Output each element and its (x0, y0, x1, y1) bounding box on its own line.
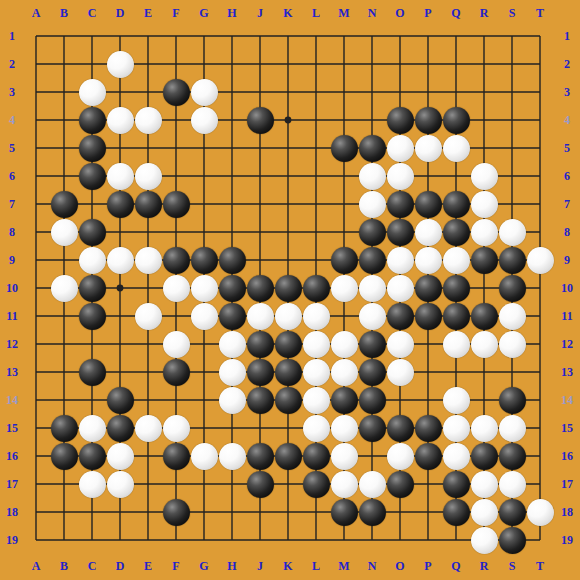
intersection-L17[interactable] (302, 470, 330, 498)
intersection-P9[interactable] (414, 246, 442, 274)
intersection-G12[interactable] (190, 330, 218, 358)
intersection-C19[interactable] (78, 526, 106, 554)
intersection-E1[interactable] (134, 22, 162, 50)
intersection-A15[interactable] (22, 414, 50, 442)
intersection-N15[interactable] (358, 414, 386, 442)
intersection-P2[interactable] (414, 50, 442, 78)
intersection-Q11[interactable] (442, 302, 470, 330)
intersection-O10[interactable] (386, 274, 414, 302)
intersection-R3[interactable] (470, 78, 498, 106)
intersection-H2[interactable] (218, 50, 246, 78)
intersection-P3[interactable] (414, 78, 442, 106)
intersection-M15[interactable] (330, 414, 358, 442)
intersection-K13[interactable] (274, 358, 302, 386)
intersection-J15[interactable] (246, 414, 274, 442)
intersection-R5[interactable] (470, 134, 498, 162)
intersection-S19[interactable] (498, 526, 526, 554)
intersection-L5[interactable] (302, 134, 330, 162)
intersection-C10[interactable] (78, 274, 106, 302)
intersection-B13[interactable] (50, 358, 78, 386)
intersection-G9[interactable] (190, 246, 218, 274)
intersection-Q7[interactable] (442, 190, 470, 218)
intersection-M10[interactable] (330, 274, 358, 302)
intersection-G7[interactable] (190, 190, 218, 218)
intersection-B9[interactable] (50, 246, 78, 274)
intersection-N7[interactable] (358, 190, 386, 218)
intersection-C5[interactable] (78, 134, 106, 162)
intersection-L2[interactable] (302, 50, 330, 78)
intersection-R10[interactable] (470, 274, 498, 302)
intersection-J11[interactable] (246, 302, 274, 330)
intersection-P18[interactable] (414, 498, 442, 526)
intersection-A19[interactable] (22, 526, 50, 554)
intersection-E9[interactable] (134, 246, 162, 274)
intersection-R11[interactable] (470, 302, 498, 330)
intersection-B15[interactable] (50, 414, 78, 442)
intersection-S11[interactable] (498, 302, 526, 330)
intersection-T7[interactable] (526, 190, 554, 218)
intersection-J16[interactable] (246, 442, 274, 470)
intersection-J5[interactable] (246, 134, 274, 162)
intersection-N2[interactable] (358, 50, 386, 78)
intersection-S12[interactable] (498, 330, 526, 358)
intersection-M2[interactable] (330, 50, 358, 78)
intersection-C15[interactable] (78, 414, 106, 442)
intersection-P5[interactable] (414, 134, 442, 162)
intersection-R13[interactable] (470, 358, 498, 386)
intersection-F1[interactable] (162, 22, 190, 50)
intersection-M18[interactable] (330, 498, 358, 526)
intersection-H19[interactable] (218, 526, 246, 554)
intersection-E11[interactable] (134, 302, 162, 330)
intersection-N12[interactable] (358, 330, 386, 358)
intersection-C6[interactable] (78, 162, 106, 190)
intersection-M11[interactable] (330, 302, 358, 330)
intersection-B4[interactable] (50, 106, 78, 134)
intersection-G13[interactable] (190, 358, 218, 386)
intersection-K17[interactable] (274, 470, 302, 498)
intersection-P19[interactable] (414, 526, 442, 554)
intersection-G3[interactable] (190, 78, 218, 106)
intersection-Q17[interactable] (442, 470, 470, 498)
intersection-G11[interactable] (190, 302, 218, 330)
intersection-L7[interactable] (302, 190, 330, 218)
intersection-R17[interactable] (470, 470, 498, 498)
intersection-J3[interactable] (246, 78, 274, 106)
intersection-T2[interactable] (526, 50, 554, 78)
intersection-B8[interactable] (50, 218, 78, 246)
intersection-D9[interactable] (106, 246, 134, 274)
intersection-E2[interactable] (134, 50, 162, 78)
intersection-O11[interactable] (386, 302, 414, 330)
intersection-K3[interactable] (274, 78, 302, 106)
intersection-R9[interactable] (470, 246, 498, 274)
intersection-T10[interactable] (526, 274, 554, 302)
intersection-L9[interactable] (302, 246, 330, 274)
intersection-D11[interactable] (106, 302, 134, 330)
intersection-C11[interactable] (78, 302, 106, 330)
intersection-Q15[interactable] (442, 414, 470, 442)
intersection-M9[interactable] (330, 246, 358, 274)
intersection-L6[interactable] (302, 162, 330, 190)
intersection-G18[interactable] (190, 498, 218, 526)
intersection-E16[interactable] (134, 442, 162, 470)
intersection-F13[interactable] (162, 358, 190, 386)
intersection-H16[interactable] (218, 442, 246, 470)
intersection-A18[interactable] (22, 498, 50, 526)
intersection-G14[interactable] (190, 386, 218, 414)
intersection-R2[interactable] (470, 50, 498, 78)
intersection-T16[interactable] (526, 442, 554, 470)
intersection-F5[interactable] (162, 134, 190, 162)
intersection-H7[interactable] (218, 190, 246, 218)
intersection-K8[interactable] (274, 218, 302, 246)
intersection-S5[interactable] (498, 134, 526, 162)
intersection-M4[interactable] (330, 106, 358, 134)
intersection-D19[interactable] (106, 526, 134, 554)
intersection-O5[interactable] (386, 134, 414, 162)
intersection-P15[interactable] (414, 414, 442, 442)
intersection-J7[interactable] (246, 190, 274, 218)
intersection-T5[interactable] (526, 134, 554, 162)
intersection-F8[interactable] (162, 218, 190, 246)
intersection-G4[interactable] (190, 106, 218, 134)
intersection-D2[interactable] (106, 50, 134, 78)
intersection-K14[interactable] (274, 386, 302, 414)
intersection-K9[interactable] (274, 246, 302, 274)
intersection-A3[interactable] (22, 78, 50, 106)
intersection-P7[interactable] (414, 190, 442, 218)
intersection-L3[interactable] (302, 78, 330, 106)
intersection-D6[interactable] (106, 162, 134, 190)
intersection-C12[interactable] (78, 330, 106, 358)
intersection-P11[interactable] (414, 302, 442, 330)
intersection-E13[interactable] (134, 358, 162, 386)
intersection-D8[interactable] (106, 218, 134, 246)
intersection-D12[interactable] (106, 330, 134, 358)
intersection-R8[interactable] (470, 218, 498, 246)
intersection-E17[interactable] (134, 470, 162, 498)
intersection-E7[interactable] (134, 190, 162, 218)
intersection-L8[interactable] (302, 218, 330, 246)
intersection-M6[interactable] (330, 162, 358, 190)
intersection-F18[interactable] (162, 498, 190, 526)
intersection-K10[interactable] (274, 274, 302, 302)
intersection-B11[interactable] (50, 302, 78, 330)
intersection-Q8[interactable] (442, 218, 470, 246)
intersection-J19[interactable] (246, 526, 274, 554)
intersection-K18[interactable] (274, 498, 302, 526)
intersection-N6[interactable] (358, 162, 386, 190)
intersection-M1[interactable] (330, 22, 358, 50)
intersection-H4[interactable] (218, 106, 246, 134)
intersection-P4[interactable] (414, 106, 442, 134)
intersection-B16[interactable] (50, 442, 78, 470)
intersection-A14[interactable] (22, 386, 50, 414)
intersection-B3[interactable] (50, 78, 78, 106)
intersection-H6[interactable] (218, 162, 246, 190)
intersection-L18[interactable] (302, 498, 330, 526)
intersection-K16[interactable] (274, 442, 302, 470)
intersection-D17[interactable] (106, 470, 134, 498)
intersection-F3[interactable] (162, 78, 190, 106)
intersection-O12[interactable] (386, 330, 414, 358)
intersection-C14[interactable] (78, 386, 106, 414)
intersection-A16[interactable] (22, 442, 50, 470)
intersection-J2[interactable] (246, 50, 274, 78)
intersection-B18[interactable] (50, 498, 78, 526)
intersection-D5[interactable] (106, 134, 134, 162)
intersection-F19[interactable] (162, 526, 190, 554)
intersection-T15[interactable] (526, 414, 554, 442)
intersection-K7[interactable] (274, 190, 302, 218)
intersection-G5[interactable] (190, 134, 218, 162)
intersection-A5[interactable] (22, 134, 50, 162)
intersection-F17[interactable] (162, 470, 190, 498)
intersection-O18[interactable] (386, 498, 414, 526)
intersection-E6[interactable] (134, 162, 162, 190)
intersection-A1[interactable] (22, 22, 50, 50)
intersection-M17[interactable] (330, 470, 358, 498)
intersection-F7[interactable] (162, 190, 190, 218)
intersection-K5[interactable] (274, 134, 302, 162)
intersection-F9[interactable] (162, 246, 190, 274)
intersection-N3[interactable] (358, 78, 386, 106)
intersection-L19[interactable] (302, 526, 330, 554)
intersection-H3[interactable] (218, 78, 246, 106)
intersection-B12[interactable] (50, 330, 78, 358)
intersection-M8[interactable] (330, 218, 358, 246)
intersection-P12[interactable] (414, 330, 442, 358)
intersection-C16[interactable] (78, 442, 106, 470)
intersection-M3[interactable] (330, 78, 358, 106)
intersection-S1[interactable] (498, 22, 526, 50)
intersection-E14[interactable] (134, 386, 162, 414)
intersection-E8[interactable] (134, 218, 162, 246)
intersection-B5[interactable] (50, 134, 78, 162)
intersection-T4[interactable] (526, 106, 554, 134)
intersection-J18[interactable] (246, 498, 274, 526)
intersection-A2[interactable] (22, 50, 50, 78)
intersection-T17[interactable] (526, 470, 554, 498)
intersection-G1[interactable] (190, 22, 218, 50)
intersection-S3[interactable] (498, 78, 526, 106)
intersection-R1[interactable] (470, 22, 498, 50)
intersection-O8[interactable] (386, 218, 414, 246)
intersection-A6[interactable] (22, 162, 50, 190)
intersection-Q18[interactable] (442, 498, 470, 526)
intersection-L12[interactable] (302, 330, 330, 358)
intersection-D14[interactable] (106, 386, 134, 414)
intersection-A17[interactable] (22, 470, 50, 498)
intersection-K15[interactable] (274, 414, 302, 442)
intersection-N13[interactable] (358, 358, 386, 386)
intersection-M13[interactable] (330, 358, 358, 386)
intersection-R18[interactable] (470, 498, 498, 526)
intersection-C18[interactable] (78, 498, 106, 526)
intersection-O4[interactable] (386, 106, 414, 134)
intersection-F15[interactable] (162, 414, 190, 442)
intersection-B6[interactable] (50, 162, 78, 190)
intersection-R6[interactable] (470, 162, 498, 190)
intersection-N16[interactable] (358, 442, 386, 470)
intersection-T6[interactable] (526, 162, 554, 190)
intersection-M7[interactable] (330, 190, 358, 218)
intersection-N14[interactable] (358, 386, 386, 414)
intersection-E15[interactable] (134, 414, 162, 442)
intersection-B2[interactable] (50, 50, 78, 78)
intersection-P17[interactable] (414, 470, 442, 498)
intersection-N19[interactable] (358, 526, 386, 554)
intersection-H12[interactable] (218, 330, 246, 358)
intersection-H18[interactable] (218, 498, 246, 526)
intersection-P16[interactable] (414, 442, 442, 470)
intersection-R7[interactable] (470, 190, 498, 218)
intersection-T12[interactable] (526, 330, 554, 358)
intersection-H11[interactable] (218, 302, 246, 330)
intersection-F16[interactable] (162, 442, 190, 470)
intersection-S14[interactable] (498, 386, 526, 414)
intersection-O16[interactable] (386, 442, 414, 470)
intersection-B1[interactable] (50, 22, 78, 50)
intersection-J13[interactable] (246, 358, 274, 386)
intersection-T14[interactable] (526, 386, 554, 414)
intersection-C4[interactable] (78, 106, 106, 134)
intersection-S17[interactable] (498, 470, 526, 498)
intersection-O19[interactable] (386, 526, 414, 554)
intersection-B7[interactable] (50, 190, 78, 218)
intersection-S18[interactable] (498, 498, 526, 526)
intersection-A9[interactable] (22, 246, 50, 274)
intersection-B10[interactable] (50, 274, 78, 302)
intersection-O7[interactable] (386, 190, 414, 218)
intersection-G17[interactable] (190, 470, 218, 498)
intersection-S7[interactable] (498, 190, 526, 218)
intersection-S15[interactable] (498, 414, 526, 442)
intersection-E3[interactable] (134, 78, 162, 106)
intersection-B19[interactable] (50, 526, 78, 554)
intersection-S8[interactable] (498, 218, 526, 246)
intersection-Q3[interactable] (442, 78, 470, 106)
intersection-L4[interactable] (302, 106, 330, 134)
intersection-L14[interactable] (302, 386, 330, 414)
intersection-Q16[interactable] (442, 442, 470, 470)
intersection-N17[interactable] (358, 470, 386, 498)
intersection-G2[interactable] (190, 50, 218, 78)
intersection-B17[interactable] (50, 470, 78, 498)
intersection-D7[interactable] (106, 190, 134, 218)
intersection-P1[interactable] (414, 22, 442, 50)
intersection-S6[interactable] (498, 162, 526, 190)
intersection-A13[interactable] (22, 358, 50, 386)
intersection-C1[interactable] (78, 22, 106, 50)
intersection-O6[interactable] (386, 162, 414, 190)
intersection-N11[interactable] (358, 302, 386, 330)
intersection-C3[interactable] (78, 78, 106, 106)
intersection-K12[interactable] (274, 330, 302, 358)
intersection-A10[interactable] (22, 274, 50, 302)
intersection-O13[interactable] (386, 358, 414, 386)
intersection-F4[interactable] (162, 106, 190, 134)
intersection-A12[interactable] (22, 330, 50, 358)
intersection-J4[interactable] (246, 106, 274, 134)
intersection-S9[interactable] (498, 246, 526, 274)
intersection-H1[interactable] (218, 22, 246, 50)
intersection-C2[interactable] (78, 50, 106, 78)
intersection-A7[interactable] (22, 190, 50, 218)
intersection-R4[interactable] (470, 106, 498, 134)
intersection-M5[interactable] (330, 134, 358, 162)
intersection-G10[interactable] (190, 274, 218, 302)
intersection-N5[interactable] (358, 134, 386, 162)
intersection-R14[interactable] (470, 386, 498, 414)
intersection-A11[interactable] (22, 302, 50, 330)
intersection-R12[interactable] (470, 330, 498, 358)
intersection-J9[interactable] (246, 246, 274, 274)
intersection-K1[interactable] (274, 22, 302, 50)
intersection-M14[interactable] (330, 386, 358, 414)
intersection-T9[interactable] (526, 246, 554, 274)
intersection-M19[interactable] (330, 526, 358, 554)
intersection-L1[interactable] (302, 22, 330, 50)
intersection-G15[interactable] (190, 414, 218, 442)
intersection-Q9[interactable] (442, 246, 470, 274)
intersection-Q1[interactable] (442, 22, 470, 50)
intersection-G16[interactable] (190, 442, 218, 470)
intersection-D15[interactable] (106, 414, 134, 442)
intersection-Q4[interactable] (442, 106, 470, 134)
intersection-N10[interactable] (358, 274, 386, 302)
intersection-H13[interactable] (218, 358, 246, 386)
intersection-H5[interactable] (218, 134, 246, 162)
intersection-J17[interactable] (246, 470, 274, 498)
intersection-D13[interactable] (106, 358, 134, 386)
intersection-S16[interactable] (498, 442, 526, 470)
intersection-D18[interactable] (106, 498, 134, 526)
intersection-Q6[interactable] (442, 162, 470, 190)
intersection-G19[interactable] (190, 526, 218, 554)
intersection-Q14[interactable] (442, 386, 470, 414)
intersection-Q2[interactable] (442, 50, 470, 78)
intersection-H17[interactable] (218, 470, 246, 498)
intersection-K11[interactable] (274, 302, 302, 330)
intersection-F14[interactable] (162, 386, 190, 414)
intersection-P10[interactable] (414, 274, 442, 302)
intersection-H9[interactable] (218, 246, 246, 274)
intersection-O1[interactable] (386, 22, 414, 50)
intersection-O17[interactable] (386, 470, 414, 498)
intersection-N18[interactable] (358, 498, 386, 526)
intersection-E19[interactable] (134, 526, 162, 554)
intersection-F6[interactable] (162, 162, 190, 190)
intersection-L15[interactable] (302, 414, 330, 442)
intersection-C9[interactable] (78, 246, 106, 274)
intersection-Q12[interactable] (442, 330, 470, 358)
intersection-T8[interactable] (526, 218, 554, 246)
intersection-L13[interactable] (302, 358, 330, 386)
intersection-Q19[interactable] (442, 526, 470, 554)
intersection-A8[interactable] (22, 218, 50, 246)
intersection-G8[interactable] (190, 218, 218, 246)
intersection-T18[interactable] (526, 498, 554, 526)
intersection-Q10[interactable] (442, 274, 470, 302)
intersection-F11[interactable] (162, 302, 190, 330)
intersection-T3[interactable] (526, 78, 554, 106)
intersection-P6[interactable] (414, 162, 442, 190)
intersection-D10[interactable] (106, 274, 134, 302)
intersection-L10[interactable] (302, 274, 330, 302)
intersection-R16[interactable] (470, 442, 498, 470)
